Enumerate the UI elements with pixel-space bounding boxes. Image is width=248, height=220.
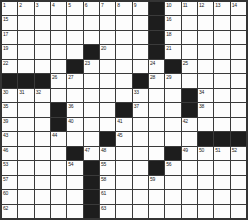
white-cell[interactable] (214, 31, 229, 44)
clue-number: 7 (101, 2, 103, 8)
white-cell[interactable] (133, 60, 148, 73)
clue-number: 1 (3, 2, 5, 8)
white-cell[interactable]: 4 (51, 2, 66, 15)
clue-number: 18 (166, 31, 171, 37)
white-cell[interactable]: 40 (67, 118, 82, 131)
white-cell[interactable] (67, 45, 82, 58)
white-cell[interactable] (100, 16, 115, 29)
crossword-puzzle: 1234567891011121314151617181920212223242… (0, 0, 248, 220)
clue-number: 17 (3, 31, 8, 37)
white-cell[interactable] (84, 89, 99, 102)
white-cell[interactable] (18, 60, 33, 73)
clue-number: 53 (3, 161, 8, 167)
white-cell[interactable] (51, 31, 66, 44)
white-cell[interactable] (149, 118, 164, 131)
white-cell[interactable] (133, 176, 148, 189)
white-cell[interactable] (231, 190, 246, 203)
white-cell[interactable] (116, 74, 131, 87)
white-cell[interactable]: 2 (18, 2, 33, 15)
clue-number: 10 (166, 2, 171, 8)
white-cell[interactable]: 23 (84, 60, 99, 73)
white-cell[interactable] (67, 190, 82, 203)
white-cell[interactable]: 15 (2, 16, 17, 29)
clue-number: 12 (199, 2, 204, 8)
clue-number: 34 (199, 89, 204, 95)
clue-number: 63 (101, 205, 106, 211)
white-cell[interactable] (182, 132, 197, 145)
white-cell[interactable]: 34 (198, 89, 213, 102)
white-cell[interactable] (18, 147, 33, 160)
white-cell[interactable] (231, 205, 246, 218)
white-cell[interactable]: 54 (67, 161, 82, 174)
white-cell[interactable] (35, 161, 50, 174)
clue-number: 22 (3, 60, 8, 66)
clue-number: 8 (117, 2, 119, 8)
white-cell[interactable]: 47 (84, 147, 99, 160)
clue-number: 59 (150, 176, 155, 182)
clue-number: 33 (134, 89, 139, 95)
white-cell[interactable] (165, 103, 180, 116)
white-cell[interactable]: 18 (165, 31, 180, 44)
white-cell[interactable]: 6 (84, 2, 99, 15)
white-cell[interactable] (198, 74, 213, 87)
black-cell (165, 147, 180, 160)
white-cell[interactable] (35, 205, 50, 218)
white-cell[interactable]: 58 (100, 176, 115, 189)
clue-number: 29 (166, 74, 171, 80)
white-cell[interactable] (198, 176, 213, 189)
white-cell[interactable] (116, 205, 131, 218)
white-cell[interactable] (214, 60, 229, 73)
white-cell[interactable] (133, 205, 148, 218)
clue-number: 56 (166, 161, 171, 167)
clue-number: 55 (101, 161, 106, 167)
white-cell[interactable]: 12 (198, 2, 213, 15)
clue-number: 19 (3, 45, 8, 51)
clue-number: 26 (52, 74, 57, 80)
clue-number: 14 (232, 2, 237, 8)
white-cell[interactable]: 1 (2, 2, 17, 15)
clue-number: 52 (232, 147, 237, 153)
white-cell[interactable] (149, 103, 164, 116)
white-cell[interactable] (182, 16, 197, 29)
white-cell[interactable] (35, 176, 50, 189)
white-cell[interactable] (67, 16, 82, 29)
white-cell[interactable]: 13 (214, 2, 229, 15)
white-cell[interactable] (231, 103, 246, 116)
white-cell[interactable]: 46 (2, 147, 17, 160)
white-cell[interactable] (51, 16, 66, 29)
white-cell[interactable]: 17 (2, 31, 17, 44)
white-cell[interactable]: 36 (67, 103, 82, 116)
white-cell[interactable] (149, 190, 164, 203)
white-cell[interactable] (116, 190, 131, 203)
white-cell[interactable] (165, 190, 180, 203)
white-cell[interactable]: 24 (149, 60, 164, 73)
white-cell[interactable] (231, 16, 246, 29)
white-cell[interactable] (18, 16, 33, 29)
white-cell[interactable] (133, 118, 148, 131)
black-cell (149, 16, 164, 29)
black-cell (165, 60, 180, 73)
black-cell (100, 132, 115, 145)
clue-number: 24 (150, 60, 155, 66)
white-cell[interactable] (198, 31, 213, 44)
white-cell[interactable]: 38 (198, 103, 213, 116)
white-cell[interactable] (35, 31, 50, 44)
white-cell[interactable] (18, 132, 33, 145)
white-cell[interactable]: 45 (116, 132, 131, 145)
white-cell[interactable] (67, 176, 82, 189)
clue-number: 44 (52, 132, 57, 138)
white-cell[interactable] (18, 45, 33, 58)
white-cell[interactable]: 32 (35, 89, 50, 102)
white-cell[interactable] (198, 161, 213, 174)
black-cell (84, 190, 99, 203)
clue-number: 36 (68, 103, 73, 109)
black-cell (67, 147, 82, 160)
clue-number: 61 (101, 190, 106, 196)
white-cell[interactable]: 28 (149, 74, 164, 87)
white-cell[interactable] (198, 190, 213, 203)
clue-number: 15 (3, 16, 8, 22)
white-cell[interactable] (116, 31, 131, 44)
clue-number: 31 (19, 89, 24, 95)
clue-number: 58 (101, 176, 106, 182)
clue-number: 4 (52, 2, 54, 8)
white-cell[interactable]: 30 (2, 89, 17, 102)
clue-number: 32 (36, 89, 41, 95)
white-cell[interactable] (100, 74, 115, 87)
white-cell[interactable]: 44 (51, 132, 66, 145)
white-cell[interactable]: 43 (2, 132, 17, 145)
white-cell[interactable]: 29 (165, 74, 180, 87)
clue-number: 48 (101, 147, 106, 153)
clue-number: 11 (183, 2, 188, 8)
white-cell[interactable] (182, 190, 197, 203)
white-cell[interactable] (198, 16, 213, 29)
white-cell[interactable] (231, 89, 246, 102)
white-cell[interactable] (35, 45, 50, 58)
white-cell[interactable] (214, 205, 229, 218)
black-cell (149, 45, 164, 58)
white-cell[interactable] (165, 176, 180, 189)
white-cell[interactable] (116, 176, 131, 189)
white-cell[interactable]: 39 (2, 118, 17, 131)
white-cell[interactable] (149, 132, 164, 145)
white-cell[interactable] (67, 205, 82, 218)
white-cell[interactable] (100, 31, 115, 44)
white-cell[interactable]: 14 (231, 2, 246, 15)
white-cell[interactable] (67, 132, 82, 145)
white-cell[interactable] (214, 118, 229, 131)
black-cell (84, 45, 99, 58)
black-cell (214, 132, 229, 145)
white-cell[interactable]: 60 (2, 190, 17, 203)
white-cell[interactable] (51, 89, 66, 102)
clue-number: 54 (68, 161, 73, 167)
white-cell[interactable]: 25 (182, 60, 197, 73)
white-cell[interactable] (35, 132, 50, 145)
crossword-board: 1234567891011121314151617181920212223242… (0, 0, 248, 220)
white-cell[interactable] (116, 89, 131, 102)
white-cell[interactable]: 9 (133, 2, 148, 15)
white-cell[interactable]: 63 (100, 205, 115, 218)
white-cell[interactable] (198, 205, 213, 218)
clue-number: 35 (3, 103, 8, 109)
white-cell[interactable] (100, 60, 115, 73)
white-cell[interactable]: 5 (67, 2, 82, 15)
white-cell[interactable]: 35 (2, 103, 17, 116)
clue-number: 60 (3, 190, 8, 196)
white-cell[interactable]: 51 (214, 147, 229, 160)
clue-number: 49 (183, 147, 188, 153)
white-cell[interactable] (214, 190, 229, 203)
white-cell[interactable]: 37 (133, 103, 148, 116)
white-cell[interactable] (100, 118, 115, 131)
white-cell[interactable] (231, 74, 246, 87)
black-cell (231, 132, 246, 145)
white-cell[interactable] (165, 132, 180, 145)
clue-number: 6 (85, 2, 87, 8)
white-cell[interactable] (67, 89, 82, 102)
white-cell[interactable]: 52 (231, 147, 246, 160)
white-cell[interactable] (18, 176, 33, 189)
black-cell (84, 161, 99, 174)
white-cell[interactable] (165, 205, 180, 218)
white-cell[interactable] (149, 89, 164, 102)
clue-number: 20 (101, 45, 106, 51)
white-cell[interactable]: 48 (100, 147, 115, 160)
clue-number: 62 (3, 205, 8, 211)
white-cell[interactable] (18, 31, 33, 44)
white-cell[interactable] (133, 190, 148, 203)
white-cell[interactable] (214, 74, 229, 87)
white-cell[interactable] (214, 45, 229, 58)
white-cell[interactable]: 57 (2, 176, 17, 189)
clue-number: 37 (134, 103, 139, 109)
black-cell (84, 205, 99, 218)
black-cell (149, 2, 164, 15)
white-cell[interactable]: 56 (165, 161, 180, 174)
black-cell (67, 60, 82, 73)
white-cell[interactable] (133, 16, 148, 29)
white-cell[interactable]: 61 (100, 190, 115, 203)
white-cell[interactable] (231, 45, 246, 58)
white-cell[interactable] (35, 190, 50, 203)
white-cell[interactable] (51, 190, 66, 203)
white-cell[interactable] (182, 74, 197, 87)
black-cell (18, 74, 33, 87)
white-cell[interactable] (18, 161, 33, 174)
clue-number: 50 (199, 147, 204, 153)
white-cell[interactable] (35, 16, 50, 29)
clue-number: 16 (166, 16, 171, 22)
white-cell[interactable] (51, 161, 66, 174)
clue-number: 3 (36, 2, 38, 8)
white-cell[interactable] (214, 89, 229, 102)
clue-number: 42 (183, 118, 188, 124)
white-cell[interactable] (67, 31, 82, 44)
clue-number: 51 (215, 147, 220, 153)
white-cell[interactable] (231, 176, 246, 189)
black-cell (116, 103, 131, 116)
white-cell[interactable] (51, 60, 66, 73)
white-cell[interactable] (133, 132, 148, 145)
white-cell[interactable] (18, 190, 33, 203)
white-cell[interactable]: 21 (165, 45, 180, 58)
white-cell[interactable]: 41 (116, 118, 131, 131)
white-cell[interactable] (198, 60, 213, 73)
white-cell[interactable]: 8 (116, 2, 131, 15)
white-cell[interactable]: 62 (2, 205, 17, 218)
white-cell[interactable] (182, 161, 197, 174)
white-cell[interactable]: 50 (198, 147, 213, 160)
white-cell[interactable] (116, 60, 131, 73)
white-cell[interactable]: 33 (133, 89, 148, 102)
white-cell[interactable] (182, 31, 197, 44)
clue-number: 23 (85, 60, 90, 66)
white-cell[interactable] (35, 103, 50, 116)
white-cell[interactable]: 20 (100, 45, 115, 58)
white-cell[interactable] (18, 103, 33, 116)
white-cell[interactable] (35, 60, 50, 73)
black-cell (182, 103, 197, 116)
clue-number: 41 (117, 118, 122, 124)
white-cell[interactable] (182, 176, 197, 189)
clue-number: 28 (150, 74, 155, 80)
black-cell (133, 74, 148, 87)
white-cell[interactable] (231, 60, 246, 73)
white-cell[interactable]: 27 (67, 74, 82, 87)
clue-number: 57 (3, 176, 8, 182)
black-cell (149, 31, 164, 44)
white-cell[interactable] (84, 132, 99, 145)
white-cell[interactable]: 16 (165, 16, 180, 29)
white-cell[interactable]: 53 (2, 161, 17, 174)
white-cell[interactable] (214, 103, 229, 116)
white-cell[interactable] (133, 147, 148, 160)
white-cell[interactable] (18, 118, 33, 131)
white-cell[interactable] (84, 103, 99, 116)
white-cell[interactable]: 22 (2, 60, 17, 73)
white-cell[interactable] (165, 89, 180, 102)
white-cell[interactable] (214, 176, 229, 189)
clue-number: 46 (3, 147, 8, 153)
black-cell (84, 176, 99, 189)
clue-number: 27 (68, 74, 73, 80)
white-cell[interactable]: 11 (182, 2, 197, 15)
black-cell (149, 161, 164, 174)
white-cell[interactable]: 26 (51, 74, 66, 87)
black-cell (2, 74, 17, 87)
white-cell[interactable]: 59 (149, 176, 164, 189)
white-cell[interactable] (116, 45, 131, 58)
clue-number: 13 (215, 2, 220, 8)
white-cell[interactable] (51, 205, 66, 218)
white-cell[interactable] (100, 103, 115, 116)
white-cell[interactable] (100, 89, 115, 102)
white-cell[interactable] (116, 16, 131, 29)
white-cell[interactable] (84, 16, 99, 29)
white-cell[interactable]: 10 (165, 2, 180, 15)
white-cell[interactable] (149, 205, 164, 218)
clue-number: 38 (199, 103, 204, 109)
clue-number: 47 (85, 147, 90, 153)
white-cell[interactable]: 19 (2, 45, 17, 58)
white-cell[interactable] (182, 205, 197, 218)
white-cell[interactable]: 42 (182, 118, 197, 131)
white-cell[interactable] (165, 118, 180, 131)
clue-number: 43 (3, 132, 8, 138)
white-cell[interactable] (231, 118, 246, 131)
clue-number: 40 (68, 118, 73, 124)
white-cell[interactable]: 3 (35, 2, 50, 15)
white-cell[interactable]: 55 (100, 161, 115, 174)
white-cell[interactable] (18, 205, 33, 218)
white-cell[interactable] (182, 45, 197, 58)
white-cell[interactable] (231, 161, 246, 174)
white-cell[interactable]: 7 (100, 2, 115, 15)
clue-number: 5 (68, 2, 70, 8)
white-cell[interactable] (116, 147, 131, 160)
white-cell[interactable] (51, 176, 66, 189)
white-cell[interactable] (198, 118, 213, 131)
clue-number: 45 (117, 132, 122, 138)
white-cell[interactable] (84, 31, 99, 44)
white-cell[interactable]: 31 (18, 89, 33, 102)
white-cell[interactable] (51, 45, 66, 58)
white-cell[interactable] (149, 147, 164, 160)
black-cell (35, 74, 50, 87)
clue-number: 2 (19, 2, 21, 8)
white-cell[interactable] (35, 147, 50, 160)
white-cell[interactable] (231, 31, 246, 44)
white-cell[interactable] (133, 45, 148, 58)
white-cell[interactable] (133, 31, 148, 44)
black-cell (198, 132, 213, 145)
white-cell[interactable] (198, 45, 213, 58)
white-cell[interactable] (116, 161, 131, 174)
white-cell[interactable] (51, 147, 66, 160)
black-cell (51, 118, 66, 131)
clue-number: 21 (166, 45, 171, 51)
black-cell (51, 103, 66, 116)
white-cell[interactable] (84, 118, 99, 131)
black-cell (182, 89, 197, 102)
white-cell[interactable] (35, 118, 50, 131)
clue-number: 30 (3, 89, 8, 95)
white-cell[interactable] (214, 16, 229, 29)
white-cell[interactable] (214, 161, 229, 174)
white-cell[interactable] (133, 161, 148, 174)
white-cell[interactable] (84, 74, 99, 87)
clue-number: 25 (183, 60, 188, 66)
clue-number: 39 (3, 118, 8, 124)
clue-number: 9 (134, 2, 136, 8)
white-cell[interactable]: 49 (182, 147, 197, 160)
